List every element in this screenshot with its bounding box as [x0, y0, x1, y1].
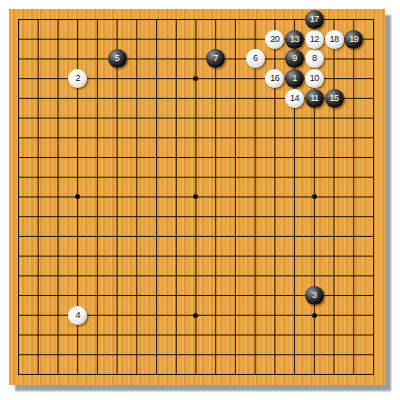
- stone-13-black: 13: [285, 30, 304, 49]
- stone-4-white: 4: [68, 306, 87, 325]
- star-point: [193, 194, 198, 199]
- stone-3-black: 3: [305, 286, 324, 305]
- star-point: [312, 313, 317, 318]
- stone-19-black: 19: [344, 30, 363, 49]
- stone-12-white: 12: [305, 30, 324, 49]
- stone-16-white: 16: [265, 69, 284, 88]
- board-grid[interactable]: 1234567891011121314151617181920: [18, 19, 374, 375]
- star-point: [193, 76, 198, 81]
- stone-9-black: 9: [285, 49, 304, 68]
- stone-10-white: 10: [305, 69, 324, 88]
- stone-11-black: 11: [305, 89, 324, 108]
- stone-20-white: 20: [265, 30, 284, 49]
- star-point: [193, 313, 198, 318]
- star-point: [312, 194, 317, 199]
- stone-7-black: 7: [206, 49, 225, 68]
- stone-6-white: 6: [246, 49, 265, 68]
- stone-1-black: 1: [285, 69, 304, 88]
- go-diagram-frame: 1234567891011121314151617181920: [0, 0, 400, 400]
- stone-17-black: 17: [305, 10, 324, 29]
- stone-14-white: 14: [285, 89, 304, 108]
- stone-8-white: 8: [305, 49, 324, 68]
- star-point: [75, 194, 80, 199]
- go-board: 1234567891011121314151617181920: [9, 9, 385, 385]
- stone-2-white: 2: [68, 69, 87, 88]
- stone-18-white: 18: [325, 30, 344, 49]
- stone-5-black: 5: [108, 49, 127, 68]
- stone-15-black: 15: [325, 89, 344, 108]
